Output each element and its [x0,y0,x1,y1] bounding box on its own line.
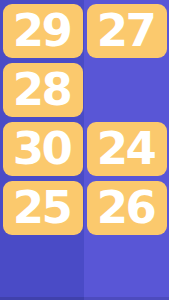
cell-r3c2: 24 [87,122,167,177]
game-screen: 29 27 28 30 24 25 26 [0,0,169,300]
cell-r1c1: 29 [3,4,83,59]
number-tile-board: 29 27 28 30 24 25 26 [3,4,167,236]
cell-r4c1: 25 [3,181,83,236]
tile-29[interactable]: 29 [3,4,83,59]
tile-26[interactable]: 26 [87,181,167,236]
tile-25[interactable]: 25 [3,181,83,236]
cell-r4c2: 26 [87,181,167,236]
cell-r2c1: 28 [3,63,83,118]
tile-27[interactable]: 27 [87,4,167,59]
cell-r1c2: 27 [87,4,167,59]
tile-28[interactable]: 28 [3,63,83,118]
tile-30[interactable]: 30 [3,122,83,177]
empty-cell-r2c2 [87,63,167,118]
cell-r3c1: 30 [3,122,83,177]
tile-24[interactable]: 24 [87,122,167,177]
